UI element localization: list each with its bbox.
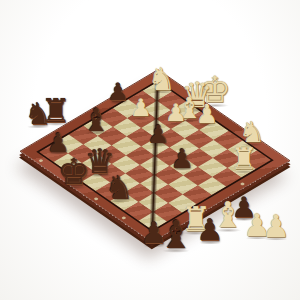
- dark-knight[interactable]: ♞: [105, 172, 134, 204]
- dark-pawn[interactable]: ♟: [147, 122, 169, 147]
- dark-pawn[interactable]: ♟: [170, 146, 193, 172]
- light-pawn[interactable]: ♟: [196, 102, 218, 127]
- dark-knight[interactable]: ♞: [25, 99, 52, 129]
- frame-dot: [121, 216, 127, 220]
- dark-pawn[interactable]: ♟: [107, 80, 129, 104]
- frame-dot: [38, 159, 44, 163]
- dark-pawn-captured[interactable]: ♟: [197, 215, 224, 245]
- light-knight[interactable]: ♞: [148, 64, 176, 95]
- chess-set-photo: ♞♟♚♛♟♝♜♟♟♞♝♟♞♟♟♜♛♚♞♟♝♜♟♟♟♟♝: [0, 0, 300, 300]
- dark-bishop[interactable]: ♝: [82, 105, 110, 136]
- light-rook[interactable]: ♜: [231, 144, 258, 174]
- light-pawn[interactable]: ♟: [130, 96, 152, 120]
- frame-dot: [93, 197, 99, 201]
- dark-bishop-captured[interactable]: ♝: [159, 216, 193, 254]
- frame-dot: [240, 182, 246, 186]
- dark-king[interactable]: ♚: [58, 154, 90, 190]
- light-pawn-captured[interactable]: ♟: [262, 211, 290, 242]
